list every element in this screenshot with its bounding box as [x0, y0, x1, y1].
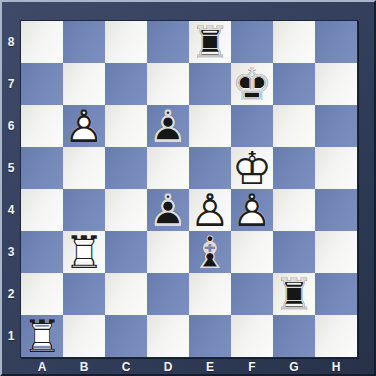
square-a1[interactable]: ♜♖	[21, 315, 63, 357]
file-label-e: E	[189, 358, 231, 375]
black-pawn-icon: ♟	[147, 189, 189, 231]
square-g8[interactable]	[273, 21, 315, 63]
black-pawn-outline-icon: ♙	[147, 105, 189, 147]
square-e3[interactable]: ♝♗	[189, 231, 231, 273]
white-pawn-icon: ♟	[189, 189, 231, 231]
square-h5[interactable]	[315, 147, 357, 189]
square-d8[interactable]	[147, 21, 189, 63]
square-h2[interactable]	[315, 273, 357, 315]
square-g3[interactable]	[273, 231, 315, 273]
square-b5[interactable]	[63, 147, 105, 189]
square-d3[interactable]	[147, 231, 189, 273]
square-c6[interactable]	[105, 105, 147, 147]
black-bishop-icon: ♝	[189, 231, 231, 273]
square-h6[interactable]	[315, 105, 357, 147]
piece-white-king: ♚♔	[231, 147, 273, 189]
square-e4[interactable]: ♟♙	[189, 189, 231, 231]
square-d7[interactable]	[147, 63, 189, 105]
white-pawn-outline-icon: ♙	[231, 189, 273, 231]
square-e2[interactable]	[189, 273, 231, 315]
piece-white-rook: ♜♖	[63, 231, 105, 273]
white-rook-outline-icon: ♖	[63, 231, 105, 273]
file-label-f: F	[231, 358, 273, 375]
square-g2[interactable]: ♜♖	[273, 273, 315, 315]
file-label-d: D	[147, 358, 189, 375]
square-f8[interactable]	[231, 21, 273, 63]
square-a6[interactable]	[21, 105, 63, 147]
piece-black-pawn: ♟♙	[147, 105, 189, 147]
square-c3[interactable]	[105, 231, 147, 273]
white-pawn-icon: ♟	[63, 105, 105, 147]
piece-black-pawn: ♟♙	[147, 189, 189, 231]
rank-label-3: 3	[2, 231, 20, 273]
square-a2[interactable]	[21, 273, 63, 315]
square-e8[interactable]: ♜♖	[189, 21, 231, 63]
piece-white-rook: ♜♖	[21, 315, 63, 357]
square-b6[interactable]: ♟♙	[63, 105, 105, 147]
square-f6[interactable]	[231, 105, 273, 147]
square-b8[interactable]	[63, 21, 105, 63]
piece-white-pawn: ♟♙	[63, 105, 105, 147]
piece-white-pawn: ♟♙	[189, 189, 231, 231]
square-e7[interactable]	[189, 63, 231, 105]
square-c2[interactable]	[105, 273, 147, 315]
rank-label-5: 5	[2, 147, 20, 189]
chess-board: ♜♖♚♔♟♙♟♙♚♔♟♙♟♙♟♙♜♖♝♗♜♖♜♖	[20, 20, 358, 358]
white-king-outline-icon: ♔	[231, 147, 273, 189]
black-rook-outline-icon: ♖	[189, 21, 231, 63]
square-b3[interactable]: ♜♖	[63, 231, 105, 273]
piece-black-bishop: ♝♗	[189, 231, 231, 273]
square-g6[interactable]	[273, 105, 315, 147]
square-g7[interactable]	[273, 63, 315, 105]
square-e1[interactable]	[189, 315, 231, 357]
white-pawn-outline-icon: ♙	[63, 105, 105, 147]
square-c8[interactable]	[105, 21, 147, 63]
square-c4[interactable]	[105, 189, 147, 231]
square-c1[interactable]	[105, 315, 147, 357]
square-h7[interactable]	[315, 63, 357, 105]
square-g1[interactable]	[273, 315, 315, 357]
square-a7[interactable]	[21, 63, 63, 105]
file-label-a: A	[21, 358, 63, 375]
rank-label-7: 7	[2, 63, 20, 105]
square-d6[interactable]: ♟♙	[147, 105, 189, 147]
square-d4[interactable]: ♟♙	[147, 189, 189, 231]
white-king-icon: ♚	[231, 147, 273, 189]
white-rook-outline-icon: ♖	[21, 315, 63, 357]
piece-black-rook: ♜♖	[189, 21, 231, 63]
square-d5[interactable]	[147, 147, 189, 189]
square-b2[interactable]	[63, 273, 105, 315]
square-f3[interactable]	[231, 231, 273, 273]
square-h8[interactable]	[315, 21, 357, 63]
square-g4[interactable]	[273, 189, 315, 231]
piece-white-pawn: ♟♙	[231, 189, 273, 231]
black-pawn-icon: ♟	[147, 105, 189, 147]
black-pawn-outline-icon: ♙	[147, 189, 189, 231]
square-e5[interactable]	[189, 147, 231, 189]
black-rook-icon: ♜	[189, 21, 231, 63]
square-f2[interactable]	[231, 273, 273, 315]
rank-label-2: 2	[2, 273, 20, 315]
square-a8[interactable]	[21, 21, 63, 63]
square-b4[interactable]	[63, 189, 105, 231]
white-pawn-icon: ♟	[231, 189, 273, 231]
piece-black-rook: ♜♖	[273, 273, 315, 315]
square-b7[interactable]	[63, 63, 105, 105]
square-f4[interactable]: ♟♙	[231, 189, 273, 231]
square-h4[interactable]	[315, 189, 357, 231]
square-f1[interactable]	[231, 315, 273, 357]
file-label-c: C	[105, 358, 147, 375]
square-a4[interactable]	[21, 189, 63, 231]
square-f5[interactable]: ♚♔	[231, 147, 273, 189]
black-king-icon: ♚	[231, 63, 273, 105]
board-frame: ♜♖♚♔♟♙♟♙♚♔♟♙♟♙♟♙♜♖♝♗♜♖♜♖ 87654321 ABCDEF…	[0, 0, 376, 376]
piece-black-king: ♚♔	[231, 63, 273, 105]
white-rook-icon: ♜	[63, 231, 105, 273]
black-rook-outline-icon: ♖	[273, 273, 315, 315]
file-label-b: B	[63, 358, 105, 375]
square-c5[interactable]	[105, 147, 147, 189]
rank-label-8: 8	[2, 21, 20, 63]
square-h3[interactable]	[315, 231, 357, 273]
file-label-g: G	[273, 358, 315, 375]
square-a5[interactable]	[21, 147, 63, 189]
square-e6[interactable]	[189, 105, 231, 147]
rank-label-1: 1	[2, 315, 20, 357]
square-f7[interactable]: ♚♔	[231, 63, 273, 105]
square-d2[interactable]	[147, 273, 189, 315]
file-label-h: H	[315, 358, 357, 375]
black-king-outline-icon: ♔	[231, 63, 273, 105]
square-g5[interactable]	[273, 147, 315, 189]
square-d1[interactable]	[147, 315, 189, 357]
square-h1[interactable]	[315, 315, 357, 357]
black-bishop-outline-icon: ♗	[189, 231, 231, 273]
white-pawn-outline-icon: ♙	[189, 189, 231, 231]
square-b1[interactable]	[63, 315, 105, 357]
white-rook-icon: ♜	[21, 315, 63, 357]
rank-label-6: 6	[2, 105, 20, 147]
square-c7[interactable]	[105, 63, 147, 105]
square-a3[interactable]	[21, 231, 63, 273]
rank-label-4: 4	[2, 189, 20, 231]
black-rook-icon: ♜	[273, 273, 315, 315]
